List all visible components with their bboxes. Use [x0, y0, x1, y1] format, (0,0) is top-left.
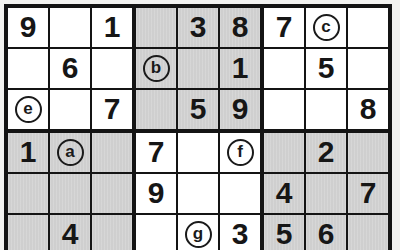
cell-r4c6[interactable]: f: [220, 133, 264, 174]
cell-r5c8[interactable]: [306, 174, 348, 215]
cell-r1c1[interactable]: 9: [8, 8, 50, 49]
given-digit: 8: [360, 94, 377, 124]
cell-r2c1[interactable]: [8, 49, 50, 90]
cell-r1c2[interactable]: [50, 8, 92, 49]
given-digit: 1: [20, 137, 37, 167]
cell-r5c2[interactable]: [50, 174, 92, 215]
cell-r1c6[interactable]: 8: [220, 8, 264, 49]
cell-r6c8[interactable]: 6: [306, 215, 348, 250]
circled-letter-f: f: [227, 139, 254, 166]
cell-r2c7[interactable]: [264, 49, 306, 90]
given-digit: 2: [318, 137, 335, 167]
cell-r3c8[interactable]: [306, 90, 348, 133]
cell-r4c4[interactable]: 7: [136, 133, 178, 174]
cell-r6c7[interactable]: 5: [264, 215, 306, 250]
given-digit: 1: [232, 53, 249, 83]
cell-r5c5[interactable]: [178, 174, 220, 215]
circled-letter-b: b: [143, 55, 170, 82]
cell-r1c5[interactable]: 3: [178, 8, 220, 49]
cell-r5c3[interactable]: [92, 174, 136, 215]
cell-r4c1[interactable]: 1: [8, 133, 50, 174]
given-digit: 5: [276, 219, 293, 249]
given-digit: 8: [232, 12, 249, 42]
given-digit: 6: [318, 219, 335, 249]
circled-letter-a: a: [57, 139, 84, 166]
given-digit: 6: [62, 53, 79, 83]
cell-r4c8[interactable]: 2: [306, 133, 348, 174]
cell-r1c8[interactable]: c: [306, 8, 348, 49]
cell-r3c3[interactable]: 7: [92, 90, 136, 133]
cell-r6c6[interactable]: 3: [220, 215, 264, 250]
given-digit: 7: [276, 12, 293, 42]
cell-r2c9[interactable]: [348, 49, 388, 90]
cell-r3c5[interactable]: 5: [178, 90, 220, 133]
cell-r4c7[interactable]: [264, 133, 306, 174]
cell-r4c5[interactable]: [178, 133, 220, 174]
circled-letter-g: g: [185, 221, 212, 248]
given-digit: 3: [232, 219, 249, 249]
cell-r1c3[interactable]: 1: [92, 8, 136, 49]
cell-r6c9[interactable]: [348, 215, 388, 250]
cell-r3c6[interactable]: 9: [220, 90, 264, 133]
given-digit: 7: [360, 178, 377, 208]
cell-r2c3[interactable]: [92, 49, 136, 90]
cell-r5c9[interactable]: 7: [348, 174, 388, 215]
cell-r2c6[interactable]: 1: [220, 49, 264, 90]
given-digit: 3: [190, 12, 207, 42]
sudoku-board: 91387c6b15e75981a7f29474g356: [4, 4, 392, 250]
cell-r2c8[interactable]: 5: [306, 49, 348, 90]
cell-r5c1[interactable]: [8, 174, 50, 215]
cell-r6c3[interactable]: [92, 215, 136, 250]
cell-r5c7[interactable]: 4: [264, 174, 306, 215]
cell-r4c9[interactable]: [348, 133, 388, 174]
cell-r1c7[interactable]: 7: [264, 8, 306, 49]
cell-r2c4[interactable]: b: [136, 49, 178, 90]
circled-letter-c: c: [313, 14, 340, 41]
cell-r3c4[interactable]: [136, 90, 178, 133]
cell-r2c2[interactable]: 6: [50, 49, 92, 90]
given-digit: 9: [20, 12, 37, 42]
given-digit: 9: [232, 94, 249, 124]
cell-r1c9[interactable]: [348, 8, 388, 49]
given-digit: 7: [104, 94, 121, 124]
cell-r1c4[interactable]: [136, 8, 178, 49]
cell-r3c9[interactable]: 8: [348, 90, 388, 133]
given-digit: 7: [148, 137, 165, 167]
cell-r4c3[interactable]: [92, 133, 136, 174]
cell-r2c5[interactable]: [178, 49, 220, 90]
cell-r5c4[interactable]: 9: [136, 174, 178, 215]
circled-letter-e: e: [15, 96, 42, 123]
given-digit: 5: [318, 53, 335, 83]
sudoku-puzzle-scan: 91387c6b15e75981a7f29474g356: [0, 0, 400, 250]
given-digit: 1: [104, 12, 121, 42]
cell-r3c2[interactable]: [50, 90, 92, 133]
cell-r6c4[interactable]: [136, 215, 178, 250]
given-digit: 4: [276, 178, 293, 208]
cell-r3c7[interactable]: [264, 90, 306, 133]
cell-r6c5[interactable]: g: [178, 215, 220, 250]
cell-r6c2[interactable]: 4: [50, 215, 92, 250]
given-digit: 9: [148, 178, 165, 208]
given-digit: 5: [190, 94, 207, 124]
cell-r5c6[interactable]: [220, 174, 264, 215]
cell-r3c1[interactable]: e: [8, 90, 50, 133]
cell-r4c2[interactable]: a: [50, 133, 92, 174]
given-digit: 4: [62, 219, 79, 249]
cell-r6c1[interactable]: [8, 215, 50, 250]
